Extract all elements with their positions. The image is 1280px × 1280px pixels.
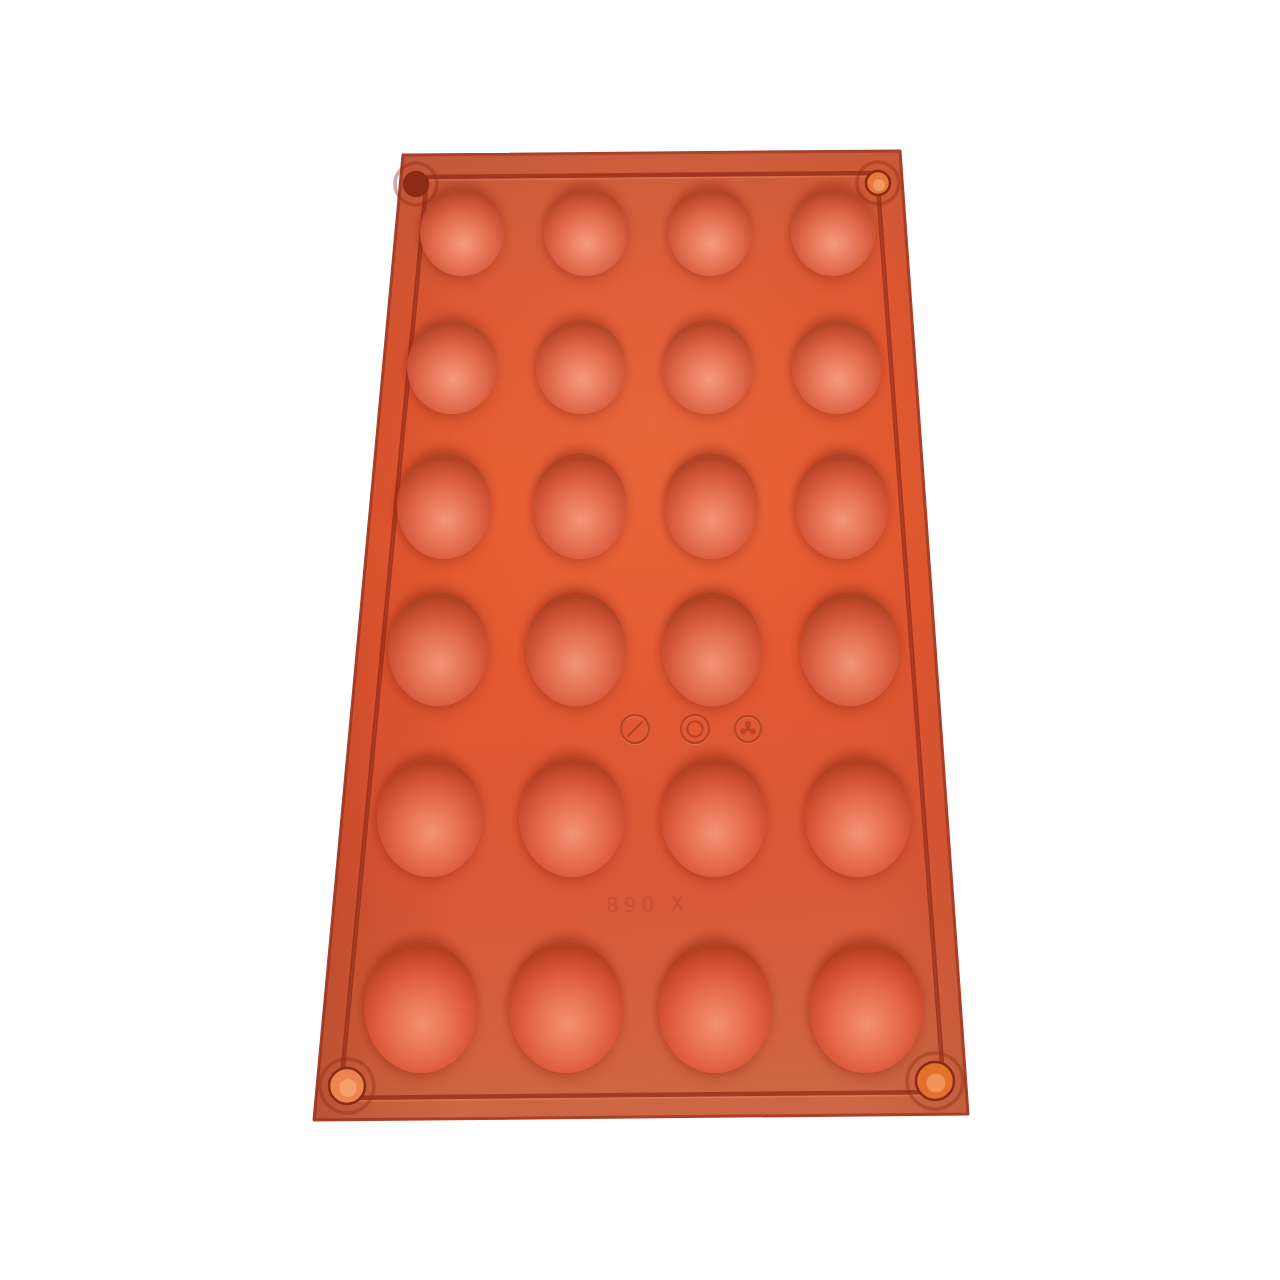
corner-hole-glow — [927, 1074, 946, 1093]
photo-canvas: 890 X — [0, 0, 1280, 1280]
embossed-text: 890 X — [606, 892, 690, 917]
mold-sheen — [314, 151, 968, 1120]
stamp-flower-petal — [745, 721, 751, 727]
stamp-flower-center — [746, 727, 751, 732]
mold-base-layer — [314, 151, 968, 1120]
stamp-flower-petal — [750, 728, 756, 734]
corner-hole — [404, 172, 428, 196]
stamp-flower-petal — [740, 728, 746, 734]
corner-hole-glow — [873, 179, 885, 191]
silicone-mold-photo: 890 X — [0, 0, 1280, 1280]
corner-hole-glow — [339, 1079, 357, 1097]
